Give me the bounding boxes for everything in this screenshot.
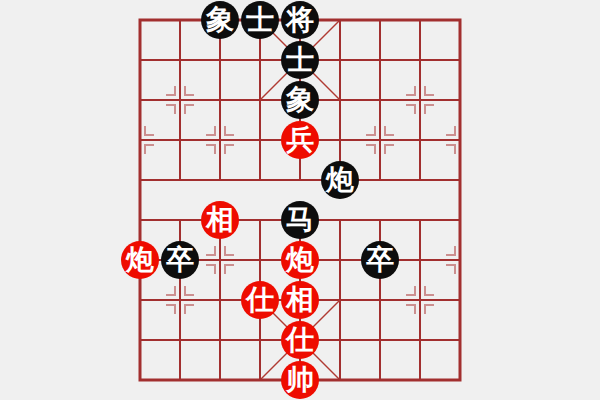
piece-black-horse[interactable]: 马 bbox=[281, 201, 319, 239]
piece-red-cannon[interactable]: 炮 bbox=[281, 241, 319, 279]
piece-black-elephant[interactable]: 象 bbox=[281, 81, 319, 119]
piece-red-general[interactable]: 帅 bbox=[281, 361, 319, 399]
piece-black-general[interactable]: 将 bbox=[281, 1, 319, 39]
piece-red-elephant[interactable]: 相 bbox=[281, 281, 319, 319]
piece-black-soldier[interactable]: 卒 bbox=[161, 241, 199, 279]
piece-black-soldier[interactable]: 卒 bbox=[361, 241, 399, 279]
piece-red-cannon[interactable]: 炮 bbox=[121, 241, 159, 279]
piece-red-advisor[interactable]: 仕 bbox=[241, 281, 279, 319]
piece-black-advisor[interactable]: 士 bbox=[281, 41, 319, 79]
pieces-layer: 象士将士象兵炮相马炮卒炮卒仕相仕帅 bbox=[0, 0, 600, 400]
piece-red-soldier[interactable]: 兵 bbox=[281, 121, 319, 159]
piece-red-advisor[interactable]: 仕 bbox=[281, 321, 319, 359]
piece-black-cannon[interactable]: 炮 bbox=[321, 161, 359, 199]
piece-red-elephant[interactable]: 相 bbox=[201, 201, 239, 239]
piece-black-elephant[interactable]: 象 bbox=[201, 1, 239, 39]
piece-black-advisor[interactable]: 士 bbox=[241, 1, 279, 39]
xiangqi-app: 象士将士象兵炮相马炮卒炮卒仕相仕帅 bbox=[0, 0, 600, 400]
